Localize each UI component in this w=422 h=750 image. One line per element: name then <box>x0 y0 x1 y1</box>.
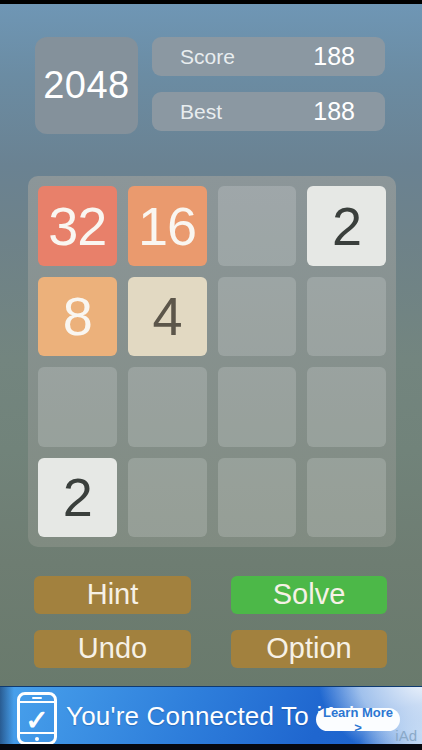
top-black-bar <box>0 0 422 4</box>
tile-4: 4 <box>128 277 207 357</box>
empty-cell <box>128 458 207 538</box>
best-label: Best <box>180 100 222 124</box>
empty-cell <box>307 367 386 447</box>
score-label: Score <box>180 45 235 69</box>
score-box: Score 188 <box>152 37 385 76</box>
iad-brand-label: iAd <box>395 727 417 744</box>
tile-2: 2 <box>38 458 117 538</box>
game-board[interactable]: 32162842 <box>28 176 396 547</box>
score-value: 188 <box>313 42 355 71</box>
bottom-black-bar <box>0 744 422 750</box>
ad-message-text: You're Connected To iAd <box>66 703 355 729</box>
empty-cell <box>218 458 297 538</box>
tile-2: 2 <box>307 186 386 266</box>
empty-cell <box>128 367 207 447</box>
app-logo-tile: 2048 <box>35 37 138 134</box>
checkmark-icon <box>20 695 54 742</box>
empty-cell <box>218 186 297 266</box>
phone-checkmark-icon <box>17 692 57 745</box>
app-screen: 2048 Score 188 Best 188 32162842 Hint So… <box>0 0 422 750</box>
solve-button[interactable]: Solve <box>231 576 387 614</box>
best-box: Best 188 <box>152 92 385 131</box>
tile-16: 16 <box>128 186 207 266</box>
undo-button[interactable]: Undo <box>34 630 191 668</box>
iad-banner[interactable]: You're Connected To iAd Learn More > iAd <box>0 686 422 744</box>
learn-more-button[interactable]: Learn More > <box>316 708 400 731</box>
best-value: 188 <box>313 97 355 126</box>
option-button[interactable]: Option <box>231 630 387 668</box>
empty-cell <box>307 458 386 538</box>
empty-cell <box>307 277 386 357</box>
empty-cell <box>218 277 297 357</box>
hint-button[interactable]: Hint <box>34 576 191 614</box>
tile-32: 32 <box>38 186 117 266</box>
tile-8: 8 <box>38 277 117 357</box>
empty-cell <box>218 367 297 447</box>
empty-cell <box>38 367 117 447</box>
